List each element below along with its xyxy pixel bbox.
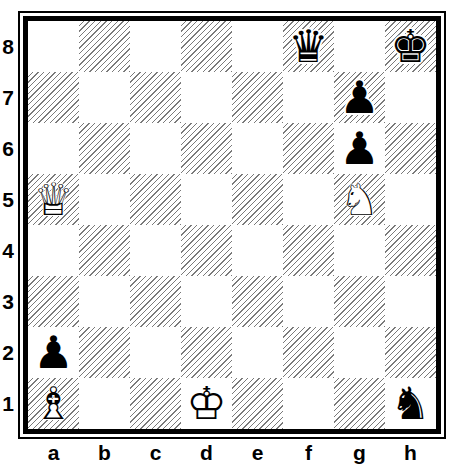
square-f1 (283, 378, 334, 429)
black-knight: ♞ (385, 378, 436, 429)
square-c5 (130, 174, 181, 225)
square-d3 (181, 276, 232, 327)
black-queen-glyph: ♛ (283, 21, 334, 72)
square-f6 (283, 123, 334, 174)
square-b8 (79, 21, 130, 72)
square-d5 (181, 174, 232, 225)
file-label-d: d (181, 440, 232, 466)
black-pawn-glyph: ♟ (334, 123, 385, 174)
black-queen: ♛ (283, 21, 334, 72)
black-pawn-glyph: ♟ (28, 327, 79, 378)
square-c1 (130, 378, 181, 429)
file-label-f: f (283, 440, 334, 466)
rank-label-4: 4 (0, 225, 16, 276)
square-g3 (334, 276, 385, 327)
square-f2 (283, 327, 334, 378)
square-a7 (28, 72, 79, 123)
rank-label-7: 7 (0, 72, 16, 123)
black-king: ♚ (385, 21, 436, 72)
square-f4 (283, 225, 334, 276)
square-a5: ♛♕ (28, 174, 79, 225)
file-label-c: c (130, 440, 181, 466)
square-h8: ♚ (385, 21, 436, 72)
square-f5 (283, 174, 334, 225)
file-label-e: e (232, 440, 283, 466)
square-f3 (283, 276, 334, 327)
square-d8 (181, 21, 232, 72)
board-inner-frame: ♛♚♟♟♛♕♞♘♟♝♗♚♔♞ (23, 16, 441, 434)
white-queen: ♛♕ (28, 174, 79, 225)
square-b7 (79, 72, 130, 123)
square-h1: ♞ (385, 378, 436, 429)
square-g7: ♟ (334, 72, 385, 123)
white-knight: ♞♘ (334, 174, 385, 225)
square-d6 (181, 123, 232, 174)
square-c7 (130, 72, 181, 123)
white-bishop: ♝♗ (28, 378, 79, 429)
square-c4 (130, 225, 181, 276)
square-f8: ♛ (283, 21, 334, 72)
square-b5 (79, 174, 130, 225)
rank-label-5: 5 (0, 174, 16, 225)
square-a3 (28, 276, 79, 327)
black-king-glyph: ♚ (385, 21, 436, 72)
square-d2 (181, 327, 232, 378)
square-a4 (28, 225, 79, 276)
rank-label-3: 3 (0, 276, 16, 327)
square-h7 (385, 72, 436, 123)
square-c8 (130, 21, 181, 72)
square-d7 (181, 72, 232, 123)
square-h5 (385, 174, 436, 225)
square-b1 (79, 378, 130, 429)
file-label-b: b (79, 440, 130, 466)
white-queen-outline: ♕ (28, 174, 79, 225)
square-g2 (334, 327, 385, 378)
square-g8 (334, 21, 385, 72)
rank-label-8: 8 (0, 21, 16, 72)
square-c3 (130, 276, 181, 327)
square-b2 (79, 327, 130, 378)
square-h2 (385, 327, 436, 378)
square-e7 (232, 72, 283, 123)
square-f7 (283, 72, 334, 123)
file-label-g: g (334, 440, 385, 466)
square-h4 (385, 225, 436, 276)
square-e5 (232, 174, 283, 225)
white-knight-outline: ♘ (334, 174, 385, 225)
rank-label-6: 6 (0, 123, 16, 174)
square-e2 (232, 327, 283, 378)
square-e8 (232, 21, 283, 72)
file-label-h: h (385, 440, 436, 466)
white-bishop-outline: ♗ (28, 378, 79, 429)
square-c2 (130, 327, 181, 378)
black-pawn: ♟ (334, 123, 385, 174)
rank-label-1: 1 (0, 378, 16, 429)
file-label-a: a (28, 440, 79, 466)
square-g1 (334, 378, 385, 429)
rank-label-2: 2 (0, 327, 16, 378)
square-g4 (334, 225, 385, 276)
square-a1: ♝♗ (28, 378, 79, 429)
square-d1: ♚♔ (181, 378, 232, 429)
white-king: ♚♔ (181, 378, 232, 429)
square-g6: ♟ (334, 123, 385, 174)
square-a6 (28, 123, 79, 174)
black-pawn: ♟ (28, 327, 79, 378)
square-b3 (79, 276, 130, 327)
square-d4 (181, 225, 232, 276)
square-b4 (79, 225, 130, 276)
black-pawn: ♟ (334, 72, 385, 123)
square-e3 (232, 276, 283, 327)
square-g5: ♞♘ (334, 174, 385, 225)
square-a8 (28, 21, 79, 72)
black-pawn-glyph: ♟ (334, 72, 385, 123)
square-b6 (79, 123, 130, 174)
square-e1 (232, 378, 283, 429)
white-king-outline: ♔ (181, 378, 232, 429)
square-e4 (232, 225, 283, 276)
board-grid: ♛♚♟♟♛♕♞♘♟♝♗♚♔♞ (28, 21, 436, 429)
square-h3 (385, 276, 436, 327)
board-frame: ♛♚♟♟♛♕♞♘♟♝♗♚♔♞ (18, 11, 446, 439)
black-knight-glyph: ♞ (385, 378, 436, 429)
square-c6 (130, 123, 181, 174)
square-a2: ♟ (28, 327, 79, 378)
square-e6 (232, 123, 283, 174)
chess-diagram: 8 7 6 5 4 3 2 1 ♛♚♟♟♛♕♞♘♟♝♗♚♔♞ a b c d e… (0, 0, 459, 472)
square-h6 (385, 123, 436, 174)
